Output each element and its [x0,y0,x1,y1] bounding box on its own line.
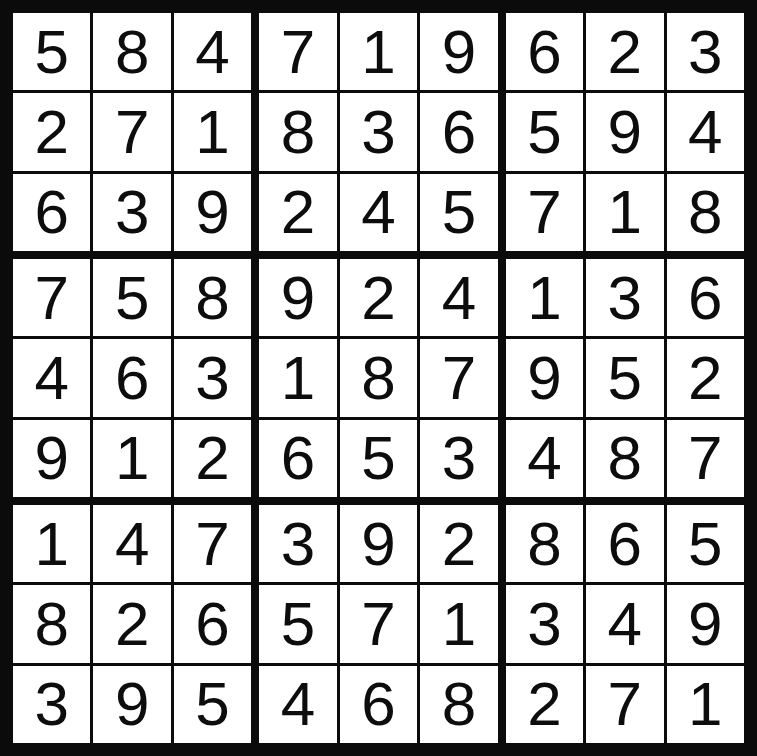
sudoku-box-r0c2: 623594718 [506,13,744,251]
sudoku-cell-r6c9[interactable]: 7 [667,420,744,497]
sudoku-cell-r9c7[interactable]: 2 [506,666,583,743]
sudoku-cell-r8c7[interactable]: 3 [506,585,583,662]
sudoku-cell-r2c8[interactable]: 9 [586,93,663,170]
sudoku-cell-r5c9[interactable]: 2 [667,339,744,416]
sudoku-cell-r2c9[interactable]: 4 [667,93,744,170]
sudoku-cell-r4c4[interactable]: 9 [259,259,336,336]
sudoku-cell-r9c2[interactable]: 9 [93,666,170,743]
sudoku-cell-r6c6[interactable]: 3 [420,420,497,497]
sudoku-cell-r8c1[interactable]: 8 [13,585,90,662]
sudoku-cell-r1c8[interactable]: 2 [586,13,663,90]
sudoku-cell-r6c7[interactable]: 4 [506,420,583,497]
sudoku-cell-r8c5[interactable]: 7 [340,585,417,662]
sudoku-cell-r4c5[interactable]: 2 [340,259,417,336]
sudoku-cell-r8c8[interactable]: 4 [586,585,663,662]
sudoku-cell-r7c1[interactable]: 1 [13,505,90,582]
sudoku-cell-r7c4[interactable]: 3 [259,505,336,582]
sudoku-cell-r5c7[interactable]: 9 [506,339,583,416]
sudoku-cell-r3c8[interactable]: 1 [586,174,663,251]
sudoku-cell-r1c7[interactable]: 6 [506,13,583,90]
sudoku-cell-r9c6[interactable]: 8 [420,666,497,743]
sudoku-cell-r3c2[interactable]: 3 [93,174,170,251]
sudoku-box-r2c0: 147826395 [13,505,251,743]
sudoku-cell-r9c1[interactable]: 3 [13,666,90,743]
sudoku-box-r2c1: 392571468 [259,505,497,743]
sudoku-cell-r5c5[interactable]: 8 [340,339,417,416]
sudoku-cell-r7c9[interactable]: 5 [667,505,744,582]
sudoku-cell-r8c2[interactable]: 2 [93,585,170,662]
sudoku-cell-r1c5[interactable]: 1 [340,13,417,90]
sudoku-cell-r5c3[interactable]: 3 [174,339,251,416]
sudoku-box-r2c2: 865349271 [506,505,744,743]
sudoku-cell-r1c6[interactable]: 9 [420,13,497,90]
sudoku-cell-r3c4[interactable]: 2 [259,174,336,251]
sudoku-cell-r1c4[interactable]: 7 [259,13,336,90]
sudoku-cell-r2c6[interactable]: 6 [420,93,497,170]
sudoku-cell-r7c2[interactable]: 4 [93,505,170,582]
sudoku-box-r1c2: 136952487 [506,259,744,497]
sudoku-cell-r5c6[interactable]: 7 [420,339,497,416]
sudoku-cell-r9c4[interactable]: 4 [259,666,336,743]
sudoku-cell-r1c1[interactable]: 5 [13,13,90,90]
sudoku-cell-r2c2[interactable]: 7 [93,93,170,170]
sudoku-cell-r6c4[interactable]: 6 [259,420,336,497]
sudoku-cell-r9c3[interactable]: 5 [174,666,251,743]
sudoku-box-r1c1: 924187653 [259,259,497,497]
sudoku-cell-r2c1[interactable]: 2 [13,93,90,170]
sudoku-cell-r4c8[interactable]: 3 [586,259,663,336]
sudoku-cell-r4c1[interactable]: 7 [13,259,90,336]
sudoku-cell-r4c2[interactable]: 5 [93,259,170,336]
sudoku-cell-r3c3[interactable]: 9 [174,174,251,251]
sudoku-cell-r7c8[interactable]: 6 [586,505,663,582]
sudoku-cell-r6c8[interactable]: 8 [586,420,663,497]
sudoku-cell-r9c8[interactable]: 7 [586,666,663,743]
sudoku-cell-r6c1[interactable]: 9 [13,420,90,497]
sudoku-cell-r8c6[interactable]: 1 [420,585,497,662]
sudoku-cell-r5c1[interactable]: 4 [13,339,90,416]
sudoku-cell-r1c9[interactable]: 3 [667,13,744,90]
sudoku-cell-r3c6[interactable]: 5 [420,174,497,251]
sudoku-cell-r7c5[interactable]: 9 [340,505,417,582]
sudoku-cell-r8c3[interactable]: 6 [174,585,251,662]
sudoku-cell-r8c4[interactable]: 5 [259,585,336,662]
sudoku-cell-r6c5[interactable]: 5 [340,420,417,497]
sudoku-cell-r7c3[interactable]: 7 [174,505,251,582]
sudoku-cell-r5c4[interactable]: 1 [259,339,336,416]
sudoku-cell-r1c2[interactable]: 8 [93,13,170,90]
sudoku-cell-r9c5[interactable]: 6 [340,666,417,743]
sudoku-box-r0c1: 719836245 [259,13,497,251]
sudoku-box-r1c0: 758463912 [13,259,251,497]
sudoku-cell-r2c4[interactable]: 8 [259,93,336,170]
sudoku-cell-r9c9[interactable]: 1 [667,666,744,743]
sudoku-cell-r6c2[interactable]: 1 [93,420,170,497]
sudoku-box-r0c0: 584271639 [13,13,251,251]
sudoku-cell-r5c2[interactable]: 6 [93,339,170,416]
sudoku-cell-r7c6[interactable]: 2 [420,505,497,582]
sudoku-cell-r2c5[interactable]: 3 [340,93,417,170]
sudoku-cell-r4c7[interactable]: 1 [506,259,583,336]
sudoku-cell-r3c7[interactable]: 7 [506,174,583,251]
sudoku-cell-r6c3[interactable]: 2 [174,420,251,497]
sudoku-cell-r3c1[interactable]: 6 [13,174,90,251]
sudoku-cell-r3c9[interactable]: 8 [667,174,744,251]
sudoku-cell-r4c6[interactable]: 4 [420,259,497,336]
sudoku-cell-r3c5[interactable]: 4 [340,174,417,251]
sudoku-cell-r4c3[interactable]: 8 [174,259,251,336]
sudoku-cell-r4c9[interactable]: 6 [667,259,744,336]
sudoku-cell-r8c9[interactable]: 9 [667,585,744,662]
sudoku-cell-r1c3[interactable]: 4 [174,13,251,90]
sudoku-cell-r2c3[interactable]: 1 [174,93,251,170]
sudoku-board: 5842716397198362456235947187584639129241… [0,0,757,756]
sudoku-cell-r7c7[interactable]: 8 [506,505,583,582]
sudoku-cell-r2c7[interactable]: 5 [506,93,583,170]
sudoku-cell-r5c8[interactable]: 5 [586,339,663,416]
